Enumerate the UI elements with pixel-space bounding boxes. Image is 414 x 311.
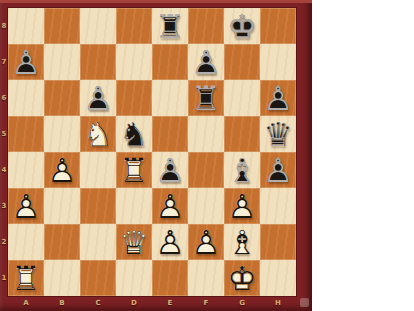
piece-white-queen[interactable]: ♛♕ bbox=[116, 224, 152, 260]
rank-labels: 87654321 bbox=[0, 8, 8, 296]
square-b6[interactable] bbox=[44, 80, 80, 116]
square-f2[interactable]: ♟♙ bbox=[188, 224, 224, 260]
rank-label-4: 4 bbox=[0, 152, 8, 188]
white-queen-glyph-outline: ♕ bbox=[116, 224, 152, 260]
white-king-glyph-outline: ♔ bbox=[224, 260, 260, 296]
rank-label-2: 2 bbox=[0, 224, 8, 260]
square-g5[interactable] bbox=[224, 116, 260, 152]
piece-black-queen[interactable]: ♛♕ bbox=[260, 116, 296, 152]
square-c4[interactable] bbox=[80, 152, 116, 188]
white-pawn-glyph-outline: ♙ bbox=[188, 224, 224, 260]
square-a6[interactable] bbox=[8, 80, 44, 116]
watermark-mark bbox=[300, 298, 309, 307]
piece-white-pawn[interactable]: ♟♙ bbox=[224, 188, 260, 224]
square-b2[interactable] bbox=[44, 224, 80, 260]
square-g7[interactable] bbox=[224, 44, 260, 80]
piece-white-pawn[interactable]: ♟♙ bbox=[152, 188, 188, 224]
piece-black-rook[interactable]: ♜♖ bbox=[188, 80, 224, 116]
square-d4[interactable]: ♜♖ bbox=[116, 152, 152, 188]
board-squares: ♜♖♚♔♟♙♟♙♟♙♜♖♟♙♞♘♞♘♛♕♟♙♜♖♟♙♝♗♟♙♟♙♟♙♟♙♛♕♟♙… bbox=[8, 8, 296, 296]
black-pawn-glyph-outline: ♙ bbox=[152, 152, 188, 188]
rank-label-5: 5 bbox=[0, 116, 8, 152]
square-c3[interactable] bbox=[80, 188, 116, 224]
piece-black-king[interactable]: ♚♔ bbox=[224, 8, 260, 44]
piece-white-pawn[interactable]: ♟♙ bbox=[152, 224, 188, 260]
file-labels: ABCDEFGH bbox=[8, 296, 296, 311]
square-b8[interactable] bbox=[44, 8, 80, 44]
square-f3[interactable] bbox=[188, 188, 224, 224]
chess-diagram: 87654321 ♜♖♚♔♟♙♟♙♟♙♜♖♟♙♞♘♞♘♛♕♟♙♜♖♟♙♝♗♟♙♟… bbox=[0, 0, 414, 311]
square-c1[interactable] bbox=[80, 260, 116, 296]
black-rook-glyph-outline: ♖ bbox=[188, 80, 224, 116]
board-frame: 87654321 ♜♖♚♔♟♙♟♙♟♙♜♖♟♙♞♘♞♘♛♕♟♙♜♖♟♙♝♗♟♙♟… bbox=[0, 0, 312, 311]
file-label-h: H bbox=[260, 296, 296, 311]
file-label-g: G bbox=[224, 296, 260, 311]
square-e6[interactable] bbox=[152, 80, 188, 116]
rank-label-6: 6 bbox=[0, 80, 8, 116]
white-knight-glyph-outline: ♘ bbox=[80, 116, 116, 152]
piece-black-pawn[interactable]: ♟♙ bbox=[188, 44, 224, 80]
black-pawn-glyph-outline: ♙ bbox=[188, 44, 224, 80]
square-d1[interactable] bbox=[116, 260, 152, 296]
black-pawn-glyph-outline: ♙ bbox=[260, 80, 296, 116]
square-e1[interactable] bbox=[152, 260, 188, 296]
square-f1[interactable] bbox=[188, 260, 224, 296]
square-f8[interactable] bbox=[188, 8, 224, 44]
rank-label-8: 8 bbox=[0, 8, 8, 44]
square-e3[interactable]: ♟♙ bbox=[152, 188, 188, 224]
square-d7[interactable] bbox=[116, 44, 152, 80]
white-pawn-glyph-outline: ♙ bbox=[152, 188, 188, 224]
file-label-d: D bbox=[116, 296, 152, 311]
square-f4[interactable] bbox=[188, 152, 224, 188]
piece-black-pawn[interactable]: ♟♙ bbox=[80, 80, 116, 116]
square-g4[interactable]: ♝♗ bbox=[224, 152, 260, 188]
square-b3[interactable] bbox=[44, 188, 80, 224]
black-pawn-glyph-outline: ♙ bbox=[260, 152, 296, 188]
piece-white-rook[interactable]: ♜♖ bbox=[8, 260, 44, 296]
black-rook-glyph-outline: ♖ bbox=[152, 8, 188, 44]
black-pawn-glyph-outline: ♙ bbox=[80, 80, 116, 116]
square-a4[interactable] bbox=[8, 152, 44, 188]
square-h4[interactable]: ♟♙ bbox=[260, 152, 296, 188]
white-pawn-glyph-outline: ♙ bbox=[44, 152, 80, 188]
square-d5[interactable]: ♞♘ bbox=[116, 116, 152, 152]
black-pawn-glyph-outline: ♙ bbox=[8, 44, 44, 80]
square-g6[interactable] bbox=[224, 80, 260, 116]
black-queen-glyph-outline: ♕ bbox=[260, 116, 296, 152]
piece-white-pawn[interactable]: ♟♙ bbox=[188, 224, 224, 260]
white-rook-glyph-outline: ♖ bbox=[116, 152, 152, 188]
square-d3[interactable] bbox=[116, 188, 152, 224]
piece-black-bishop[interactable]: ♝♗ bbox=[224, 152, 260, 188]
square-e4[interactable]: ♟♙ bbox=[152, 152, 188, 188]
square-g2[interactable]: ♝♗ bbox=[224, 224, 260, 260]
square-d2[interactable]: ♛♕ bbox=[116, 224, 152, 260]
square-e5[interactable] bbox=[152, 116, 188, 152]
square-h1[interactable] bbox=[260, 260, 296, 296]
square-e8[interactable]: ♜♖ bbox=[152, 8, 188, 44]
square-d8[interactable] bbox=[116, 8, 152, 44]
piece-black-pawn[interactable]: ♟♙ bbox=[8, 44, 44, 80]
piece-black-pawn[interactable]: ♟♙ bbox=[260, 152, 296, 188]
square-c5[interactable]: ♞♘ bbox=[80, 116, 116, 152]
square-f7[interactable]: ♟♙ bbox=[188, 44, 224, 80]
file-label-a: A bbox=[8, 296, 44, 311]
square-b4[interactable]: ♟♙ bbox=[44, 152, 80, 188]
square-c6[interactable]: ♟♙ bbox=[80, 80, 116, 116]
square-e2[interactable]: ♟♙ bbox=[152, 224, 188, 260]
white-bishop-glyph-outline: ♗ bbox=[224, 224, 260, 260]
square-a1[interactable]: ♜♖ bbox=[8, 260, 44, 296]
piece-white-rook[interactable]: ♜♖ bbox=[116, 152, 152, 188]
square-g8[interactable]: ♚♔ bbox=[224, 8, 260, 44]
rank-label-3: 3 bbox=[0, 188, 8, 224]
piece-black-pawn[interactable]: ♟♙ bbox=[260, 80, 296, 116]
file-label-f: F bbox=[188, 296, 224, 311]
square-d6[interactable] bbox=[116, 80, 152, 116]
square-b7[interactable] bbox=[44, 44, 80, 80]
white-pawn-glyph-outline: ♙ bbox=[224, 188, 260, 224]
square-g3[interactable]: ♟♙ bbox=[224, 188, 260, 224]
square-g1[interactable]: ♚♔ bbox=[224, 260, 260, 296]
square-f6[interactable]: ♜♖ bbox=[188, 80, 224, 116]
square-a8[interactable] bbox=[8, 8, 44, 44]
square-b1[interactable] bbox=[44, 260, 80, 296]
black-king-glyph-outline: ♔ bbox=[224, 8, 260, 44]
piece-white-pawn[interactable]: ♟♙ bbox=[44, 152, 80, 188]
file-label-b: B bbox=[44, 296, 80, 311]
square-f5[interactable] bbox=[188, 116, 224, 152]
square-c7[interactable] bbox=[80, 44, 116, 80]
square-h8[interactable] bbox=[260, 8, 296, 44]
rank-label-1: 1 bbox=[0, 260, 8, 296]
black-knight-glyph-outline: ♘ bbox=[116, 116, 152, 152]
white-rook-glyph-outline: ♖ bbox=[8, 260, 44, 296]
piece-black-rook[interactable]: ♜♖ bbox=[152, 8, 188, 44]
square-c8[interactable] bbox=[80, 8, 116, 44]
white-pawn-glyph-outline: ♙ bbox=[8, 188, 44, 224]
square-e7[interactable] bbox=[152, 44, 188, 80]
piece-white-bishop[interactable]: ♝♗ bbox=[224, 224, 260, 260]
file-label-c: C bbox=[80, 296, 116, 311]
square-a5[interactable] bbox=[8, 116, 44, 152]
square-a7[interactable]: ♟♙ bbox=[8, 44, 44, 80]
square-h3[interactable] bbox=[260, 188, 296, 224]
white-pawn-glyph-outline: ♙ bbox=[152, 224, 188, 260]
black-bishop-glyph-outline: ♗ bbox=[224, 152, 260, 188]
square-a2[interactable] bbox=[8, 224, 44, 260]
file-label-e: E bbox=[152, 296, 188, 311]
square-b5[interactable] bbox=[44, 116, 80, 152]
square-h5[interactable]: ♛♕ bbox=[260, 116, 296, 152]
piece-black-knight[interactable]: ♞♘ bbox=[116, 116, 152, 152]
square-a3[interactable]: ♟♙ bbox=[8, 188, 44, 224]
square-h7[interactable] bbox=[260, 44, 296, 80]
piece-white-knight[interactable]: ♞♘ bbox=[80, 116, 116, 152]
piece-white-pawn[interactable]: ♟♙ bbox=[8, 188, 44, 224]
square-h6[interactable]: ♟♙ bbox=[260, 80, 296, 116]
rank-label-7: 7 bbox=[0, 44, 8, 80]
piece-black-pawn[interactable]: ♟♙ bbox=[152, 152, 188, 188]
square-h2[interactable] bbox=[260, 224, 296, 260]
piece-white-king[interactable]: ♚♔ bbox=[224, 260, 260, 296]
square-c2[interactable] bbox=[80, 224, 116, 260]
